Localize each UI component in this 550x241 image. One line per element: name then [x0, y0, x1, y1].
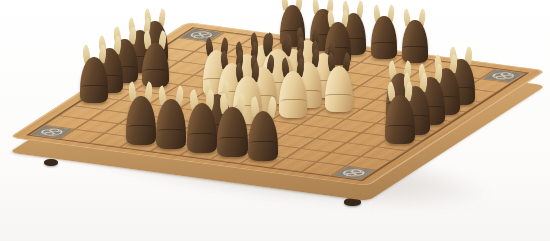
piece-body — [156, 99, 186, 149]
piece-body — [279, 71, 308, 118]
product-photo-scene — [0, 0, 550, 241]
attacker-piece[interactable] — [385, 82, 415, 144]
piece-body — [80, 57, 108, 103]
pieces-layer — [0, 0, 550, 241]
piece-body — [217, 107, 248, 157]
attacker-piece[interactable] — [126, 82, 156, 145]
defender-piece[interactable] — [325, 53, 353, 112]
attacker-piece[interactable] — [187, 90, 217, 153]
piece-body — [126, 96, 156, 145]
piece-body — [187, 103, 217, 153]
piece-body — [385, 95, 415, 144]
attacker-piece[interactable] — [217, 94, 248, 158]
piece-body — [325, 66, 353, 113]
defender-piece[interactable] — [279, 58, 308, 118]
attacker-piece[interactable] — [371, 5, 397, 59]
attacker-piece[interactable] — [80, 45, 108, 103]
attacker-piece[interactable] — [142, 31, 169, 88]
piece-body — [371, 16, 397, 59]
attacker-piece[interactable] — [248, 97, 279, 161]
attacker-piece[interactable] — [402, 9, 428, 63]
piece-body — [248, 111, 279, 162]
piece-body — [402, 20, 428, 63]
attacker-piece[interactable] — [156, 86, 186, 149]
